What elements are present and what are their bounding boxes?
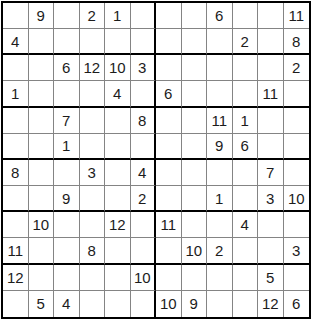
cell-r10c1-given[interactable]: 11 — [3, 238, 29, 264]
cell-r11c12-empty[interactable] — [284, 265, 310, 291]
cell-r10c4-given[interactable]: 8 — [80, 238, 106, 264]
cell-r6c1-empty[interactable] — [3, 134, 29, 160]
cell-r3c2-empty[interactable] — [29, 55, 55, 81]
cell-r9c3-empty[interactable] — [54, 212, 80, 238]
cell-r1c3-empty[interactable] — [54, 3, 80, 29]
cell-r6c6-empty[interactable] — [131, 134, 157, 160]
cell-r8c9-given[interactable]: 1 — [207, 186, 233, 212]
cell-r4c6-empty[interactable] — [131, 81, 157, 107]
cell-r3c12-given[interactable]: 2 — [284, 55, 310, 81]
cell-r8c4-empty[interactable] — [80, 186, 106, 212]
cell-r9c7-given[interactable]: 11 — [156, 212, 182, 238]
cell-r5c5-empty[interactable] — [105, 108, 131, 134]
cell-r6c9-given[interactable]: 9 — [207, 134, 233, 160]
cell-r7c2-empty[interactable] — [29, 160, 55, 186]
cell-r10c3-empty[interactable] — [54, 238, 80, 264]
cell-r8c6-given[interactable]: 2 — [131, 186, 157, 212]
cell-r1c9-given[interactable]: 6 — [207, 3, 233, 29]
cell-r10c8-given[interactable]: 10 — [182, 238, 208, 264]
cell-r6c7-empty[interactable] — [156, 134, 182, 160]
cell-r5c1-empty[interactable] — [3, 108, 29, 134]
cell-r9c12-empty[interactable] — [284, 212, 310, 238]
cell-r5c10-given[interactable]: 1 — [233, 108, 259, 134]
cell-r7c7-empty[interactable] — [156, 160, 182, 186]
cell-r9c11-empty[interactable] — [258, 212, 284, 238]
cell-r5c4-empty[interactable] — [80, 108, 106, 134]
cell-r4c7-given[interactable]: 6 — [156, 81, 182, 107]
cell-r10c2-empty[interactable] — [29, 238, 55, 264]
cell-r3c11-empty[interactable] — [258, 55, 284, 81]
cell-r12c2-given[interactable]: 5 — [29, 291, 55, 317]
cell-r12c1-empty[interactable] — [3, 291, 29, 317]
cell-r10c12-given[interactable]: 3 — [284, 238, 310, 264]
cell-r1c4-given[interactable]: 2 — [80, 3, 106, 29]
cell-r8c10-empty[interactable] — [233, 186, 259, 212]
cell-r8c2-empty[interactable] — [29, 186, 55, 212]
cell-r4c3-empty[interactable] — [54, 81, 80, 107]
page: 9216114286121032146117811119683479213101… — [0, 0, 312, 320]
cell-r12c8-given[interactable]: 9 — [182, 291, 208, 317]
cell-r8c1-empty[interactable] — [3, 186, 29, 212]
cell-r10c6-empty[interactable] — [131, 238, 157, 264]
cell-r6c5-empty[interactable] — [105, 134, 131, 160]
cell-r5c3-given[interactable]: 7 — [54, 108, 80, 134]
cell-r2c11-empty[interactable] — [258, 29, 284, 55]
cell-r4c12-empty[interactable] — [284, 81, 310, 107]
cell-r12c4-empty[interactable] — [80, 291, 106, 317]
cell-r10c10-empty[interactable] — [233, 238, 259, 264]
cell-r2c5-empty[interactable] — [105, 29, 131, 55]
cell-r12c5-empty[interactable] — [105, 291, 131, 317]
cell-r4c10-empty[interactable] — [233, 81, 259, 107]
cell-r9c10-given[interactable]: 4 — [233, 212, 259, 238]
cell-r3c7-empty[interactable] — [156, 55, 182, 81]
cell-r5c11-empty[interactable] — [258, 108, 284, 134]
cell-r7c6-given[interactable]: 4 — [131, 160, 157, 186]
cell-r3c4-given[interactable]: 12 — [80, 55, 106, 81]
cell-r11c8-empty[interactable] — [182, 265, 208, 291]
cell-r8c12-given[interactable]: 10 — [284, 186, 310, 212]
cell-r4c1-given[interactable]: 1 — [3, 81, 29, 107]
cell-r9c4-empty[interactable] — [80, 212, 106, 238]
cell-r1c10-empty[interactable] — [233, 3, 259, 29]
cell-r1c8-empty[interactable] — [182, 3, 208, 29]
cell-r1c12-given[interactable]: 11 — [284, 3, 310, 29]
cell-r6c8-empty[interactable] — [182, 134, 208, 160]
cell-r4c4-empty[interactable] — [80, 81, 106, 107]
cell-r2c2-empty[interactable] — [29, 29, 55, 55]
cell-r7c1-given[interactable]: 8 — [3, 160, 29, 186]
cell-r12c11-given[interactable]: 12 — [258, 291, 284, 317]
cell-r9c5-given[interactable]: 12 — [105, 212, 131, 238]
cell-r6c10-given[interactable]: 6 — [233, 134, 259, 160]
cell-r3c10-empty[interactable] — [233, 55, 259, 81]
cell-r11c2-empty[interactable] — [29, 265, 55, 291]
cell-r5c8-empty[interactable] — [182, 108, 208, 134]
cell-r10c11-empty[interactable] — [258, 238, 284, 264]
cell-r2c4-empty[interactable] — [80, 29, 106, 55]
cell-r11c3-empty[interactable] — [54, 265, 80, 291]
cell-r12c10-empty[interactable] — [233, 291, 259, 317]
cell-r9c2-given[interactable]: 10 — [29, 212, 55, 238]
cell-r1c5-given[interactable]: 1 — [105, 3, 131, 29]
cell-r4c2-empty[interactable] — [29, 81, 55, 107]
cell-r3c1-empty[interactable] — [3, 55, 29, 81]
cell-r6c11-empty[interactable] — [258, 134, 284, 160]
cell-r10c7-empty[interactable] — [156, 238, 182, 264]
cell-r5c12-empty[interactable] — [284, 108, 310, 134]
cell-r7c8-empty[interactable] — [182, 160, 208, 186]
cell-r6c4-empty[interactable] — [80, 134, 106, 160]
cell-r8c8-empty[interactable] — [182, 186, 208, 212]
cell-r1c6-empty[interactable] — [131, 3, 157, 29]
cell-r8c3-given[interactable]: 9 — [54, 186, 80, 212]
cell-r11c4-empty[interactable] — [80, 265, 106, 291]
cell-r2c3-empty[interactable] — [54, 29, 80, 55]
cell-r4c8-empty[interactable] — [182, 81, 208, 107]
cell-r2c10-given[interactable]: 2 — [233, 29, 259, 55]
cell-r3c5-given[interactable]: 10 — [105, 55, 131, 81]
cell-r2c12-given[interactable]: 8 — [284, 29, 310, 55]
cell-r8c7-empty[interactable] — [156, 186, 182, 212]
cell-r6c12-empty[interactable] — [284, 134, 310, 160]
cell-r7c12-empty[interactable] — [284, 160, 310, 186]
cell-r7c9-empty[interactable] — [207, 160, 233, 186]
cell-r7c11-given[interactable]: 7 — [258, 160, 284, 186]
cell-r6c3-given[interactable]: 1 — [54, 134, 80, 160]
cell-r2c8-empty[interactable] — [182, 29, 208, 55]
cell-r5c7-empty[interactable] — [156, 108, 182, 134]
cell-r1c7-empty[interactable] — [156, 3, 182, 29]
cell-r9c9-empty[interactable] — [207, 212, 233, 238]
cell-r7c4-given[interactable]: 3 — [80, 160, 106, 186]
cell-r12c3-given[interactable]: 4 — [54, 291, 80, 317]
cell-r4c5-given[interactable]: 4 — [105, 81, 131, 107]
cell-r11c11-given[interactable]: 5 — [258, 265, 284, 291]
cell-r12c12-given[interactable]: 6 — [284, 291, 310, 317]
cell-r1c11-empty[interactable] — [258, 3, 284, 29]
cell-r3c3-given[interactable]: 6 — [54, 55, 80, 81]
cell-r9c6-empty[interactable] — [131, 212, 157, 238]
cell-r3c6-given[interactable]: 3 — [131, 55, 157, 81]
sudoku-board: 9216114286121032146117811119683479213101… — [1, 1, 311, 319]
cell-r9c1-empty[interactable] — [3, 212, 29, 238]
cell-r7c10-empty[interactable] — [233, 160, 259, 186]
cell-r10c9-given[interactable]: 2 — [207, 238, 233, 264]
cell-r8c11-given[interactable]: 3 — [258, 186, 284, 212]
cell-r5c6-given[interactable]: 8 — [131, 108, 157, 134]
cell-r3c9-empty[interactable] — [207, 55, 233, 81]
cell-r10c5-empty[interactable] — [105, 238, 131, 264]
cell-r11c1-given[interactable]: 12 — [3, 265, 29, 291]
cell-r2c1-given[interactable]: 4 — [3, 29, 29, 55]
cell-r12c7-given[interactable]: 10 — [156, 291, 182, 317]
cell-r5c2-empty[interactable] — [29, 108, 55, 134]
cell-r2c9-empty[interactable] — [207, 29, 233, 55]
cell-r5c9-given[interactable]: 11 — [207, 108, 233, 134]
cell-r2c6-empty[interactable] — [131, 29, 157, 55]
cell-r11c9-empty[interactable] — [207, 265, 233, 291]
cell-r12c6-empty[interactable] — [131, 291, 157, 317]
cell-r6c2-empty[interactable] — [29, 134, 55, 160]
cell-r4c11-given[interactable]: 11 — [258, 81, 284, 107]
cell-r2c7-empty[interactable] — [156, 29, 182, 55]
cell-r11c10-empty[interactable] — [233, 265, 259, 291]
cell-r11c6-given[interactable]: 10 — [131, 265, 157, 291]
cell-r1c1-empty[interactable] — [3, 3, 29, 29]
cell-r7c3-empty[interactable] — [54, 160, 80, 186]
cell-r8c5-empty[interactable] — [105, 186, 131, 212]
cell-r4c9-empty[interactable] — [207, 81, 233, 107]
cell-r12c9-empty[interactable] — [207, 291, 233, 317]
cell-r11c7-empty[interactable] — [156, 265, 182, 291]
cell-r11c5-empty[interactable] — [105, 265, 131, 291]
cell-r3c8-empty[interactable] — [182, 55, 208, 81]
cell-r1c2-given[interactable]: 9 — [29, 3, 55, 29]
cell-r9c8-empty[interactable] — [182, 212, 208, 238]
cell-r7c5-empty[interactable] — [105, 160, 131, 186]
